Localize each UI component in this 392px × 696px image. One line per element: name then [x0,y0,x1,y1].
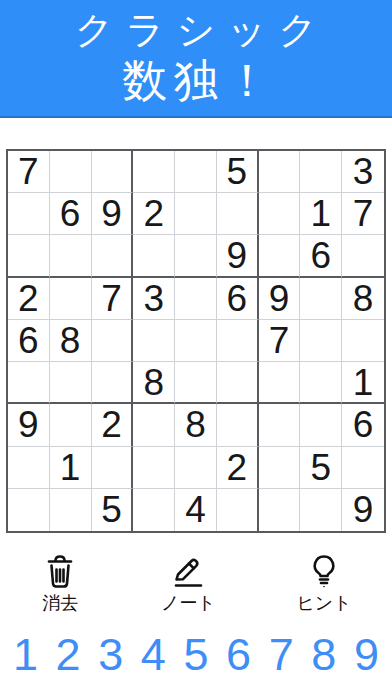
cell-r4c8[interactable] [300,278,342,320]
cell-r2c6[interactable] [217,193,259,235]
app-title-line1: クラシック [63,9,329,53]
cell-r3c5[interactable] [175,235,217,277]
cell-r6c1[interactable] [8,362,50,404]
cell-r2c2[interactable]: 6 [50,193,92,235]
cell-r1c2[interactable] [50,151,92,193]
cell-r6c8[interactable] [300,362,342,404]
cell-r1c1[interactable]: 7 [8,151,50,193]
cell-r4c1[interactable]: 2 [8,278,50,320]
cell-r4c3[interactable]: 7 [92,278,134,320]
cell-r5c2[interactable]: 8 [50,320,92,362]
cell-r9c2[interactable] [50,489,92,531]
cell-r1c4[interactable] [133,151,175,193]
numpad-button-5[interactable]: 5 [183,632,208,677]
cell-r3c6[interactable]: 9 [217,235,259,277]
cell-r2c9[interactable]: 7 [342,193,384,235]
app-header: クラシック 数独！ [0,0,392,118]
cell-r8c7[interactable] [259,447,301,489]
cell-r2c5[interactable] [175,193,217,235]
cell-r4c9[interactable]: 8 [342,278,384,320]
cell-r6c6[interactable] [217,362,259,404]
cell-r8c3[interactable] [92,447,134,489]
cell-r3c9[interactable] [342,235,384,277]
pencil-icon [168,552,208,592]
cell-r4c2[interactable] [50,278,92,320]
cell-r8c8[interactable]: 5 [300,447,342,489]
numpad-button-9[interactable]: 9 [354,632,379,677]
note-button[interactable]: ノート [161,552,216,615]
numpad: 1 2 3 4 5 6 7 8 9 [0,632,392,677]
cell-r2c1[interactable] [8,193,50,235]
cell-r7c8[interactable] [300,404,342,446]
cell-r4c6[interactable]: 6 [217,278,259,320]
cell-r3c4[interactable] [133,235,175,277]
cell-r6c5[interactable] [175,362,217,404]
numpad-button-4[interactable]: 4 [141,632,166,677]
cell-r7c3[interactable]: 2 [92,404,134,446]
cell-r9c7[interactable] [259,489,301,531]
cell-r2c8[interactable]: 1 [300,193,342,235]
note-label: ノート [161,593,216,615]
cell-r2c3[interactable]: 9 [92,193,134,235]
cell-r5c3[interactable] [92,320,134,362]
cell-r5c7[interactable]: 7 [259,320,301,362]
cell-r1c3[interactable] [92,151,134,193]
lightbulb-icon [304,552,344,592]
cell-r8c6[interactable]: 2 [217,447,259,489]
cell-r8c9[interactable] [342,447,384,489]
cell-r8c4[interactable] [133,447,175,489]
cell-r7c5[interactable]: 8 [175,404,217,446]
cell-r5c6[interactable] [217,320,259,362]
cell-r9c3[interactable]: 5 [92,489,134,531]
cell-r3c1[interactable] [8,235,50,277]
cell-r3c3[interactable] [92,235,134,277]
cell-r9c5[interactable]: 4 [175,489,217,531]
cell-r1c8[interactable] [300,151,342,193]
cell-r4c7[interactable]: 9 [259,278,301,320]
cell-r7c4[interactable] [133,404,175,446]
cell-r1c6[interactable]: 5 [217,151,259,193]
cell-r5c4[interactable] [133,320,175,362]
cell-r5c9[interactable] [342,320,384,362]
cell-r8c5[interactable] [175,447,217,489]
numpad-button-3[interactable]: 3 [98,632,123,677]
cell-r7c2[interactable] [50,404,92,446]
erase-button[interactable]: 消去 [40,552,80,615]
cell-r7c6[interactable] [217,404,259,446]
cell-r4c5[interactable] [175,278,217,320]
cell-r2c4[interactable]: 2 [133,193,175,235]
numpad-button-6[interactable]: 6 [226,632,251,677]
app-title-line2: 数独！ [117,55,276,107]
numpad-button-8[interactable]: 8 [311,632,336,677]
numpad-button-1[interactable]: 1 [13,632,38,677]
board-wrap: 7536921796273698687819286125549 [0,149,392,533]
cell-r1c9[interactable]: 3 [342,151,384,193]
numpad-button-7[interactable]: 7 [269,632,294,677]
cell-r7c1[interactable]: 9 [8,404,50,446]
cell-r3c8[interactable]: 6 [300,235,342,277]
cell-r4c4[interactable]: 3 [133,278,175,320]
cell-r3c7[interactable] [259,235,301,277]
cell-r5c5[interactable] [175,320,217,362]
cell-r9c9[interactable]: 9 [342,489,384,531]
cell-r6c7[interactable] [259,362,301,404]
cell-r9c1[interactable] [8,489,50,531]
cell-r6c4[interactable]: 8 [133,362,175,404]
cell-r6c9[interactable]: 1 [342,362,384,404]
sudoku-board: 7536921796273698687819286125549 [6,149,386,533]
cell-r1c5[interactable] [175,151,217,193]
cell-r9c8[interactable] [300,489,342,531]
cell-r6c2[interactable] [50,362,92,404]
cell-r9c4[interactable] [133,489,175,531]
cell-r2c7[interactable] [259,193,301,235]
cell-r8c1[interactable] [8,447,50,489]
cell-r7c7[interactable] [259,404,301,446]
cell-r7c9[interactable]: 6 [342,404,384,446]
numpad-button-2[interactable]: 2 [56,632,81,677]
cell-r3c2[interactable] [50,235,92,277]
cell-r6c3[interactable] [92,362,134,404]
cell-r1c7[interactable] [259,151,301,193]
cell-r5c8[interactable] [300,320,342,362]
hint-label: ヒント [296,593,351,615]
trash-icon [40,552,80,592]
cell-r9c6[interactable] [217,489,259,531]
hint-button[interactable]: ヒント [296,552,351,615]
cell-r5c1[interactable]: 6 [8,320,50,362]
erase-label: 消去 [42,593,78,615]
cell-r8c2[interactable]: 1 [50,447,92,489]
toolbar: 消去 ノート ヒント [0,552,392,615]
